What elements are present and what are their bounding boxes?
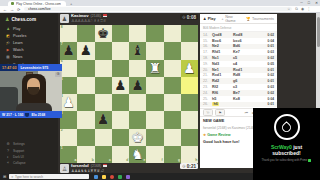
black-move[interactable]: c3 <box>233 85 254 89</box>
browser-toolbar: ← → ⟳ chess.com/live ☆ ⧉ ◉ ⋮ <box>0 6 320 13</box>
cam-shield-icon <box>25 113 29 117</box>
bottom-player-clock: ◷ 0:21 <box>180 163 198 169</box>
alert-logo-circle <box>274 114 300 140</box>
clock-icon: ◷ <box>182 164 185 168</box>
sidebar-item-watch-label: Watch <box>13 48 24 52</box>
board-square-c4[interactable] <box>95 94 112 111</box>
board-square-c7[interactable] <box>95 42 112 59</box>
sidebar-item-news-label: News <box>13 55 23 59</box>
sidebar-footer-settings-icon: ⚙ <box>6 142 10 146</box>
board-square-h3[interactable] <box>181 111 198 128</box>
webcam-overlay: 17:47:03 Levenshtein 975 G W 217 · L 193… <box>0 64 62 118</box>
board-square-f5[interactable] <box>146 77 163 94</box>
board-square-f4[interactable] <box>146 94 163 111</box>
board-square-b1[interactable]: b <box>77 146 94 163</box>
board-square-b6[interactable] <box>77 60 94 77</box>
streamer-body <box>16 103 52 111</box>
board-square-h4[interactable] <box>181 94 198 111</box>
panel-tab-new-game-label: New Game <box>225 15 240 23</box>
search-icon: ○ <box>11 175 13 179</box>
board-square-a5[interactable]: 5 <box>60 77 77 94</box>
sidebar-item-news-icon: ▤ <box>6 55 10 59</box>
browser-menu-icons: ⧉ ◉ ⋮ <box>295 7 310 11</box>
black-move[interactable]: c4 <box>233 62 254 66</box>
move-time: 0:05 <box>254 62 274 66</box>
file-label: g <box>178 159 180 162</box>
black-move[interactable]: Ke7 <box>233 50 254 54</box>
rank-label: 1 <box>61 147 63 150</box>
sidebar-footer-support-icon: ? <box>6 149 10 153</box>
board-square-h5[interactable] <box>181 77 198 94</box>
move-list: 14.Qxd8Rxd80:0215.Bxc6bxc60:0416.Ne2Bd60… <box>200 32 277 108</box>
subscriber-alert: ScrWay0 just subscribed! Thank you for s… <box>253 108 320 180</box>
move-number: 26. <box>203 102 212 106</box>
sidebar-item-puzzles[interactable]: ◩Puzzles <box>0 32 58 39</box>
cam-video: G <box>0 71 62 111</box>
board-square-f1[interactable]: f <box>146 146 163 163</box>
panel-tab-tournaments-label: Tournaments <box>252 17 274 21</box>
move-number: 19. <box>203 62 212 66</box>
black-move[interactable]: g6 <box>233 79 254 83</box>
white-move[interactable]: h6 <box>212 102 233 106</box>
sidebar-item-puzzles-icon: ◩ <box>6 34 10 38</box>
board-square-e4[interactable] <box>129 94 146 111</box>
sidebar-item-play-icon: ♟ <box>6 27 10 31</box>
board-square-b5[interactable] <box>77 77 94 94</box>
file-label: e <box>144 159 146 162</box>
top-player-bar: ♟ Kasimov (2146) ♙♙♙♙♙♙♘♗♗♖♕ ◷ 0:08 <box>60 13 198 25</box>
board-square-c5[interactable] <box>95 77 112 94</box>
chess-board: 87654321abcdefgh <box>60 25 198 163</box>
file-label: b <box>92 159 94 162</box>
move-number: 24. <box>203 91 212 95</box>
white-move[interactable]: Nd3 <box>212 62 233 66</box>
panel-tab-new-game[interactable]: +New Game <box>222 15 241 23</box>
move-time: 0:01 <box>254 79 274 83</box>
board-square-f6[interactable] <box>146 60 163 77</box>
move-time: 0:01 <box>254 44 274 48</box>
board-square-d4[interactable] <box>112 94 129 111</box>
bottom-player-avatar[interactable]: ♙ <box>60 164 69 173</box>
board-square-a6[interactable]: 6 <box>60 60 77 77</box>
white-move[interactable]: Rf2 <box>212 85 233 89</box>
rank-label: 7 <box>61 43 63 46</box>
white-move[interactable]: h5 <box>212 97 233 101</box>
board-square-h6[interactable] <box>181 60 198 77</box>
board-square-b3[interactable] <box>77 111 94 128</box>
board-square-f3[interactable] <box>146 111 163 128</box>
board-square-d3[interactable] <box>112 111 129 128</box>
draw-offer-button[interactable]: ½ <box>203 109 213 116</box>
board-square-e1[interactable]: e <box>129 146 146 163</box>
top-player-captured-pieces: ♙♙♙♙♙♙♘♗♗♖♕ <box>71 18 198 23</box>
sidebar-item-watch[interactable]: ▶Watch <box>0 47 58 54</box>
sidebar-footer-collapse[interactable]: «Collapse <box>0 160 58 166</box>
logo-pawn-icon: ♟ <box>5 16 9 22</box>
move-number: 25. <box>203 97 212 101</box>
logo-text: Chess.com <box>11 17 36 22</box>
black-move[interactable]: c5 <box>233 56 254 60</box>
white-move[interactable]: Ne2 <box>212 44 233 48</box>
panel-tab-play-label: Play <box>208 17 216 21</box>
board-square-d5[interactable] <box>112 77 129 94</box>
start-button-icon[interactable]: ⊞ <box>3 174 6 179</box>
rank-label: 8 <box>61 26 63 29</box>
bottom-player-bar: ♙ forsenlol (2168) ♟♟♟♞♞♝♜♜♛ +2 ◷ 0:21 <box>60 163 198 173</box>
board-square-d1[interactable]: d <box>112 146 129 163</box>
cam-top-banner: 17:47:03 Levenshtein 975 <box>0 64 62 71</box>
white-move[interactable]: Qxd8 <box>212 33 233 37</box>
top-player-clock: ◷ 0:08 <box>180 14 198 20</box>
move-number: 21. <box>203 73 212 77</box>
move-number: 15. <box>203 39 212 43</box>
kebab-menu-icon[interactable]: ⋮ <box>307 7 311 11</box>
top-player-flag-icon <box>103 14 107 17</box>
black-move[interactable]: Rxd8 <box>233 33 254 37</box>
board-square-a4[interactable]: 4 <box>60 94 77 111</box>
board-square-d7[interactable] <box>112 42 129 59</box>
profile-icon[interactable]: ◉ <box>301 7 304 11</box>
cam-title: Levenshtein 975 <box>18 64 62 71</box>
move-number: 20. <box>203 68 212 72</box>
board-square-e3[interactable] <box>129 111 146 128</box>
board-square-h2[interactable] <box>181 129 198 146</box>
board-square-a3[interactable]: 3 <box>60 111 77 128</box>
go-start-icon[interactable]: ⏮ <box>245 111 248 115</box>
board-square-a1[interactable]: 1a <box>60 146 77 163</box>
search-placeholder: Type here to search <box>15 175 43 179</box>
taskbar-app-icon[interactable] <box>126 175 130 179</box>
panel-tab-play-icon: ♟ <box>203 17 206 21</box>
board-square-g5[interactable] <box>164 77 181 94</box>
sidebar-footer-collapse-label: Collapse <box>13 161 25 165</box>
board-square-g3[interactable] <box>164 111 181 128</box>
board-square-a8[interactable]: 8 <box>60 25 77 42</box>
black-move[interactable]: Rd8 <box>233 73 254 77</box>
move-number: 16. <box>203 44 212 48</box>
white-move[interactable]: Bxc6 <box>212 39 233 43</box>
board-square-h8[interactable] <box>181 25 198 42</box>
board-square-g1[interactable]: g <box>164 146 181 163</box>
board-square-g7[interactable] <box>164 42 181 59</box>
board-square-e7[interactable] <box>129 42 146 59</box>
sidebar-footer-dark-ui-icon: ◐ <box>6 155 10 159</box>
board-square-d8[interactable] <box>112 25 129 42</box>
move-time: 0:02 <box>254 91 274 95</box>
board-square-h7[interactable] <box>181 42 198 59</box>
taskbar-search[interactable]: ○ Type here to search <box>9 174 89 179</box>
taskbar-app-icon[interactable] <box>110 175 114 179</box>
move-time: 0:02 <box>254 33 274 37</box>
bookmark-star-icon[interactable]: ☆ <box>287 7 290 11</box>
board-square-a2[interactable]: 2 <box>60 129 77 146</box>
black-move[interactable]: Be7 <box>233 91 254 95</box>
sidebar-item-play[interactable]: ♟Play <box>0 25 58 32</box>
black-move[interactable]: Kc8 <box>233 97 254 101</box>
move-number: 23. <box>203 85 212 89</box>
reload-icon[interactable]: ⟳ <box>17 7 20 12</box>
screen: Play Chess Online - Chess.com + ─ □ ✕ ← … <box>0 0 320 180</box>
panel-tabs: ♟Play+New Game🏆Tournaments <box>200 14 277 24</box>
move-time: 0:02 <box>254 73 274 77</box>
alert-line2: subscribed! <box>272 150 300 156</box>
cam-bottom-banner: W 217 · L 193 Elo 2168 <box>0 111 62 118</box>
url-text: chess.com/live <box>28 7 285 12</box>
move-time: 0:01 <box>254 68 274 72</box>
clock-icon: ◷ <box>182 15 185 19</box>
sidebar-item-news[interactable]: ▤News <box>0 54 58 61</box>
board-square-b2[interactable] <box>77 129 94 146</box>
resign-button[interactable]: ⚑ <box>215 109 225 116</box>
board-square-c8[interactable] <box>95 25 112 42</box>
board-square-e5[interactable] <box>129 77 146 94</box>
move-time: 0:03 <box>254 50 274 54</box>
star-icon: ★ <box>203 133 206 137</box>
panel-tab-tournaments-icon: 🏆 <box>246 17 251 21</box>
tab-title: Play Chess Online - Chess.com <box>16 2 61 6</box>
board-square-h1[interactable]: h <box>181 146 198 163</box>
board-square-f8[interactable] <box>146 25 163 42</box>
emote-icon <box>308 159 311 162</box>
file-label: h <box>195 159 197 162</box>
cam-logo-badge: G <box>55 72 61 77</box>
move-time: 0:02 <box>254 56 274 60</box>
board-square-d6[interactable] <box>112 60 129 77</box>
board-square-c1[interactable]: c <box>95 146 112 163</box>
board-square-a7[interactable]: 7 <box>60 42 77 59</box>
sidebar-footer-dark-ui-label: Dark UI <box>13 155 24 159</box>
scrollbar-thumb[interactable] <box>317 17 320 47</box>
chesscom-logo[interactable]: ♟ Chess.com <box>0 13 58 25</box>
taskbar-app-icon[interactable] <box>94 175 98 179</box>
file-label: a <box>75 159 77 162</box>
opening-name: B06 Modern Defense <box>200 24 277 32</box>
board-square-c3[interactable] <box>95 111 112 128</box>
board-square-e6[interactable] <box>129 60 146 77</box>
bottom-player-flag-icon <box>103 164 107 167</box>
move-time: 0:03 <box>254 85 274 89</box>
panel-tab-tournaments[interactable]: 🏆Tournaments <box>246 17 274 21</box>
move-number: 14. <box>203 33 212 37</box>
board-square-f7[interactable] <box>146 42 163 59</box>
sidebar-footer-collapse-icon: « <box>6 161 10 165</box>
board-square-c2[interactable] <box>95 129 112 146</box>
sidebar-item-learn-label: Learn <box>13 41 23 45</box>
file-label: c <box>109 159 111 162</box>
move-number: 22. <box>203 79 212 83</box>
back-icon[interactable]: ← <box>3 7 7 12</box>
board-square-b8[interactable] <box>77 25 94 42</box>
board-square-g8[interactable] <box>164 25 181 42</box>
move-time: 0:04 <box>254 97 274 101</box>
water-drop-icon <box>280 121 293 134</box>
taskbar-app-icon[interactable] <box>118 175 122 179</box>
black-move[interactable]: bxc6 <box>233 39 254 43</box>
move-number: 17. <box>203 50 212 54</box>
white-move[interactable]: Rfd1 <box>212 50 233 54</box>
sidebar-item-play-label: Play <box>13 27 20 31</box>
favicon <box>11 2 14 5</box>
extensions-icon[interactable]: ⧉ <box>295 7 298 11</box>
board-square-f2[interactable] <box>146 129 163 146</box>
white-move[interactable]: Nc1 <box>212 56 233 60</box>
board-square-e8[interactable] <box>129 25 146 42</box>
board-square-e2[interactable] <box>129 129 146 146</box>
board-square-g2[interactable] <box>164 129 181 146</box>
panel-tab-new-game-icon: + <box>222 17 224 21</box>
taskbar-app-icon[interactable] <box>102 175 106 179</box>
top-player-avatar[interactable]: ♟ <box>60 14 69 23</box>
cam-stats-right: Elo 2168 <box>31 113 45 117</box>
taskbar-app-icons <box>94 175 130 179</box>
white-move[interactable]: Ne1 <box>212 68 233 72</box>
board-square-b7[interactable] <box>77 42 94 59</box>
sidebar-item-watch-icon: ▶ <box>6 48 10 52</box>
board-square-g4[interactable] <box>164 94 181 111</box>
cam-clock: 17:47:03 <box>0 64 18 71</box>
cam-stats-left: W 217 · L 193 <box>2 113 23 117</box>
rank-label: 2 <box>61 129 63 132</box>
move-time: 0:04 <box>254 39 274 43</box>
sidebar-footer-support-label: Support <box>13 149 24 153</box>
black-move[interactable]: Bd6 <box>233 44 254 48</box>
file-label: d <box>126 159 128 162</box>
white-move[interactable]: Rxd1 <box>212 73 233 77</box>
forward-icon[interactable]: → <box>10 7 14 12</box>
black-move[interactable]: Rxd1 <box>233 68 254 72</box>
sidebar-item-learn-icon: 🎓 <box>6 41 10 45</box>
move-row: 26.h60:01 <box>200 102 277 108</box>
board-square-d2[interactable] <box>112 129 129 146</box>
board-square-c6[interactable] <box>95 60 112 77</box>
sidebar-footer-settings-label: Settings <box>13 142 25 146</box>
white-move[interactable]: Rd2 <box>212 79 233 83</box>
sidebar-item-puzzles-label: Puzzles <box>13 34 26 38</box>
white-move[interactable]: Rf6 <box>212 91 233 95</box>
sidebar-item-learn[interactable]: 🎓Learn <box>0 39 58 46</box>
move-time: 0:01 <box>254 102 274 106</box>
move-number: 18. <box>203 56 212 60</box>
panel-tab-play[interactable]: ♟Play <box>203 17 216 21</box>
page-scrollbar[interactable] <box>316 13 320 109</box>
address-bar[interactable]: chess.com/live ☆ <box>24 7 292 12</box>
board-square-b4[interactable] <box>77 94 94 111</box>
board-square-g6[interactable] <box>164 60 181 77</box>
alert-subtext: Thank you for subscribing with Prime <box>262 158 312 162</box>
